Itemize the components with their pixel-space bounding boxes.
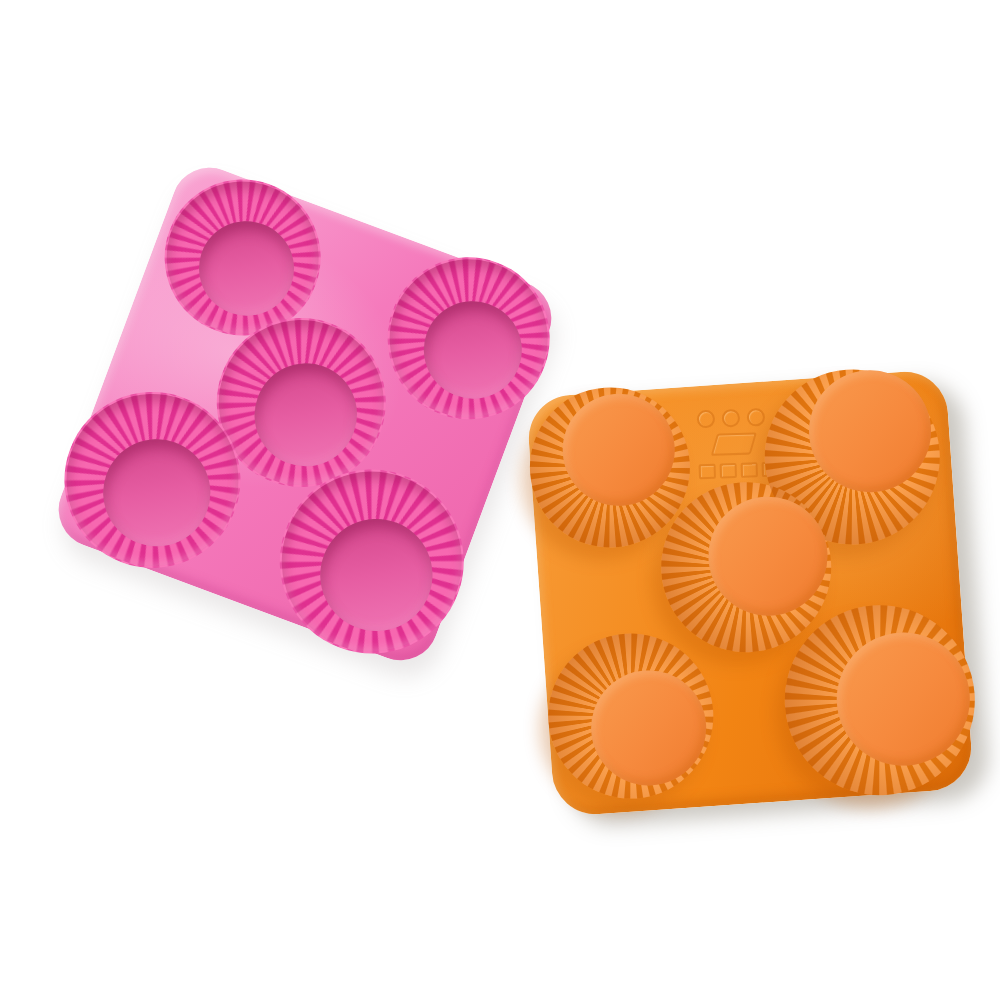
embossed-character-mark — [699, 464, 717, 480]
embossed-round-stamp-icon — [747, 408, 766, 427]
pink-silicone-mold — [48, 157, 562, 671]
orange-cup-flat-top — [805, 366, 935, 496]
embossed-logo-stamp-icon — [711, 432, 757, 456]
pink-cavity-bottom-circle — [305, 503, 448, 646]
embossed-round-stamp-icon — [697, 410, 716, 429]
pink-cavity-bottom-circle — [88, 424, 225, 561]
orange-cup-bottom-right — [778, 599, 981, 802]
pink-cavity-bottom-circle — [410, 287, 536, 413]
orange-silicone-mold — [526, 369, 974, 817]
photo-stage — [0, 0, 1000, 1000]
orange-cup-flat-top — [832, 628, 974, 770]
pink-cavity-bottom-circle — [186, 208, 307, 329]
orange-cup-flat-top — [587, 667, 710, 790]
embossed-round-stamp-icon — [722, 409, 741, 428]
orange-cup-flat-top — [559, 390, 679, 510]
embossed-character-mark — [740, 462, 758, 478]
orange-cup-bottom-left — [543, 628, 719, 804]
embossed-character-mark — [720, 463, 738, 479]
pink-cavity-bottom-circle — [240, 349, 372, 481]
